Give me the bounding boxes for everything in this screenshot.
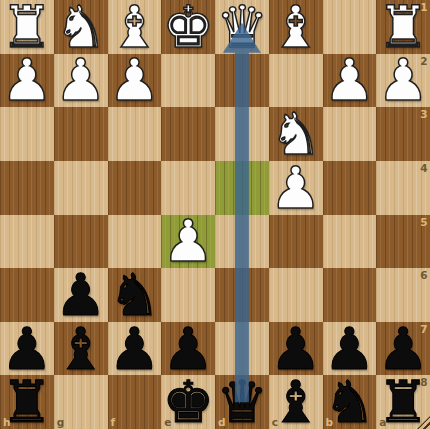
square-a2[interactable]: ♟2	[376, 54, 430, 108]
square-c4[interactable]: ♟	[269, 161, 323, 215]
white-pawn[interactable]: ♟	[269, 161, 323, 215]
square-f6[interactable]: ♞	[108, 268, 162, 322]
rank-label-8: 8	[420, 377, 427, 388]
file-label-c: c	[272, 417, 278, 428]
rank-label-7: 7	[420, 324, 427, 335]
square-c6[interactable]	[269, 268, 323, 322]
square-d5[interactable]	[215, 215, 269, 269]
rank-label-6: 6	[420, 270, 427, 281]
white-knight[interactable]: ♞	[269, 107, 323, 161]
square-e3[interactable]	[161, 107, 215, 161]
white-pawn[interactable]: ♟	[0, 54, 54, 108]
rank-label-1: 1	[420, 2, 427, 13]
black-pawn[interactable]: ♟	[54, 268, 108, 322]
square-b4[interactable]	[323, 161, 377, 215]
square-b3[interactable]	[323, 107, 377, 161]
square-d3[interactable]	[215, 107, 269, 161]
square-g7[interactable]: ♝	[54, 322, 108, 376]
white-pawn[interactable]: ♟	[108, 54, 162, 108]
square-b5[interactable]	[323, 215, 377, 269]
rank-label-5: 5	[420, 217, 427, 228]
square-g3[interactable]	[54, 107, 108, 161]
square-e8[interactable]: ♚e	[161, 375, 215, 429]
file-label-d: d	[218, 417, 226, 428]
square-c1[interactable]: ♝	[269, 0, 323, 54]
square-d4[interactable]	[215, 161, 269, 215]
white-pawn[interactable]: ♟	[323, 54, 377, 108]
square-f4[interactable]	[108, 161, 162, 215]
file-label-g: g	[57, 417, 65, 428]
square-f7[interactable]: ♟	[108, 322, 162, 376]
black-bishop[interactable]: ♝	[54, 322, 108, 376]
white-bishop[interactable]: ♝	[269, 0, 323, 54]
square-e1[interactable]: ♚	[161, 0, 215, 54]
white-pawn[interactable]: ♟	[54, 54, 108, 108]
square-h5[interactable]	[0, 215, 54, 269]
square-h2[interactable]: ♟	[0, 54, 54, 108]
square-d1[interactable]: ♛	[215, 0, 269, 54]
file-label-e: e	[164, 417, 171, 428]
white-pawn[interactable]: ♟	[161, 215, 215, 269]
chess-board: ♜♞♝♚♛♝♜1♟♟♟♟♟2♞3♟4♟5♟♞6♟♝♟♟♟♟♟7♜hgf♚e♛d♝…	[0, 0, 430, 429]
square-b8[interactable]: ♞b	[323, 375, 377, 429]
square-g8[interactable]: g	[54, 375, 108, 429]
square-e2[interactable]	[161, 54, 215, 108]
rank-label-4: 4	[420, 163, 427, 174]
square-g4[interactable]	[54, 161, 108, 215]
rank-label-2: 2	[420, 56, 427, 67]
file-label-b: b	[326, 417, 334, 428]
square-a5[interactable]: 5	[376, 215, 430, 269]
rank-label-3: 3	[420, 109, 427, 120]
square-g6[interactable]: ♟	[54, 268, 108, 322]
file-label-f: f	[111, 417, 116, 428]
white-queen[interactable]: ♛	[215, 0, 269, 54]
square-e5[interactable]: ♟	[161, 215, 215, 269]
square-h8[interactable]: ♜h	[0, 375, 54, 429]
square-h4[interactable]	[0, 161, 54, 215]
square-f8[interactable]: f	[108, 375, 162, 429]
square-e6[interactable]	[161, 268, 215, 322]
square-f3[interactable]	[108, 107, 162, 161]
square-g2[interactable]: ♟	[54, 54, 108, 108]
square-d6[interactable]	[215, 268, 269, 322]
square-b2[interactable]: ♟	[323, 54, 377, 108]
square-b6[interactable]	[323, 268, 377, 322]
square-d8[interactable]: ♛d	[215, 375, 269, 429]
file-label-a: a	[379, 417, 386, 428]
square-h6[interactable]	[0, 268, 54, 322]
square-a4[interactable]: 4	[376, 161, 430, 215]
square-c3[interactable]: ♞	[269, 107, 323, 161]
square-f2[interactable]: ♟	[108, 54, 162, 108]
square-c5[interactable]	[269, 215, 323, 269]
file-label-h: h	[3, 417, 10, 428]
black-knight[interactable]: ♞	[108, 268, 162, 322]
square-a6[interactable]: 6	[376, 268, 430, 322]
white-king[interactable]: ♚	[161, 0, 215, 54]
black-pawn[interactable]: ♟	[108, 322, 162, 376]
square-d2[interactable]	[215, 54, 269, 108]
square-a8[interactable]: ♜a8	[376, 375, 430, 429]
square-c8[interactable]: ♝c	[269, 375, 323, 429]
square-h3[interactable]	[0, 107, 54, 161]
square-a3[interactable]: 3	[376, 107, 430, 161]
